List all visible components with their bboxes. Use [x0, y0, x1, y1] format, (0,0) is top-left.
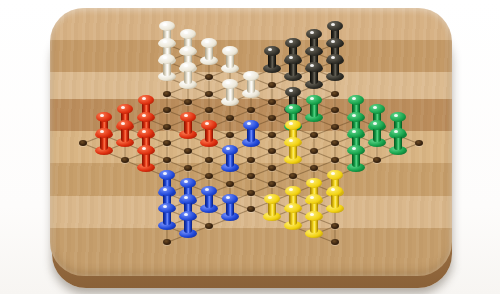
peg-black[interactable] — [326, 54, 344, 81]
peg-highlight — [331, 40, 335, 43]
peg-part — [306, 62, 322, 72]
peg-highlight — [163, 56, 167, 59]
peg-highlight — [268, 48, 272, 51]
peg-part — [306, 211, 322, 221]
peg-part — [306, 29, 322, 39]
peg-part — [369, 120, 385, 130]
peg-highlight — [226, 147, 230, 150]
peg-part — [180, 211, 196, 221]
hole-c9-r6[interactable] — [268, 165, 276, 171]
peg-highlight — [100, 114, 104, 117]
hole-c4-r12[interactable] — [163, 239, 171, 245]
peg-highlight — [289, 139, 293, 142]
hole-c0-r0[interactable] — [79, 140, 87, 146]
peg-highlight — [331, 23, 335, 26]
peg-white[interactable] — [221, 79, 239, 106]
peg-part — [180, 112, 196, 122]
peg-part — [159, 203, 175, 213]
peg-part — [390, 112, 406, 122]
peg-part — [96, 128, 112, 138]
peg-highlight — [289, 122, 293, 125]
hole-c6-r6[interactable] — [205, 157, 213, 163]
peg-grid — [0, 0, 500, 294]
peg-white[interactable] — [158, 54, 176, 81]
peg-highlight — [205, 40, 209, 43]
peg-yellow[interactable] — [305, 211, 323, 238]
peg-part — [306, 46, 322, 56]
hole-c6-r2[interactable] — [205, 91, 213, 97]
peg-part — [222, 46, 238, 56]
peg-highlight — [121, 106, 125, 109]
hole-c6-r7[interactable] — [205, 173, 213, 179]
peg-part — [327, 38, 343, 48]
peg-red[interactable] — [200, 120, 218, 147]
peg-part — [180, 194, 196, 204]
peg-highlight — [289, 56, 293, 59]
hole-c16-r0[interactable] — [415, 140, 423, 146]
peg-part — [369, 104, 385, 114]
peg-part — [180, 62, 196, 72]
peg-part — [306, 178, 322, 188]
peg-part — [390, 128, 406, 138]
peg-highlight — [373, 122, 377, 125]
peg-part — [180, 29, 196, 39]
peg-highlight — [310, 48, 314, 51]
peg-highlight — [394, 114, 398, 117]
peg-highlight — [352, 114, 356, 117]
peg-highlight — [184, 180, 188, 183]
peg-part — [285, 186, 301, 196]
hole-c9-r2[interactable] — [268, 99, 276, 105]
peg-part — [327, 54, 343, 64]
peg-highlight — [247, 73, 251, 76]
peg-part — [285, 203, 301, 213]
peg-highlight — [184, 48, 188, 51]
peg-part — [201, 120, 217, 130]
hole-c4-r4[interactable] — [163, 107, 171, 113]
peg-highlight — [331, 188, 335, 191]
hole-c12-r11[interactable] — [331, 223, 339, 229]
peg-highlight — [163, 23, 167, 26]
peg-green[interactable] — [368, 120, 386, 147]
hole-c4-r7[interactable] — [163, 157, 171, 163]
hole-c8-r8[interactable] — [247, 206, 255, 212]
peg-part — [96, 112, 112, 122]
peg-red[interactable] — [179, 112, 197, 139]
peg-part — [264, 194, 280, 204]
hole-c10-r7[interactable] — [289, 173, 297, 179]
peg-part — [117, 104, 133, 114]
peg-green[interactable] — [305, 95, 323, 122]
peg-highlight — [331, 172, 335, 175]
hole-c8-r7[interactable] — [247, 190, 255, 196]
peg-red[interactable] — [116, 120, 134, 147]
peg-part — [243, 120, 259, 130]
peg-part — [180, 46, 196, 56]
hole-c12-r3[interactable] — [331, 91, 339, 97]
peg-part — [348, 95, 364, 105]
peg-highlight — [289, 205, 293, 208]
peg-part — [327, 170, 343, 180]
peg-red[interactable] — [137, 145, 155, 172]
peg-part — [327, 186, 343, 196]
peg-black[interactable] — [263, 46, 281, 73]
peg-highlight — [142, 114, 146, 117]
peg-part — [285, 87, 301, 97]
peg-highlight — [289, 89, 293, 92]
hole-c12-r7[interactable] — [331, 157, 339, 163]
hole-c8-r6[interactable] — [247, 173, 255, 179]
peg-part — [159, 54, 175, 64]
peg-highlight — [289, 106, 293, 109]
hole-c4-r5[interactable] — [163, 124, 171, 130]
peg-highlight — [289, 40, 293, 43]
peg-part — [159, 170, 175, 180]
peg-highlight — [163, 172, 167, 175]
peg-yellow[interactable] — [284, 137, 302, 164]
peg-highlight — [373, 106, 377, 109]
peg-part — [159, 186, 175, 196]
peg-part — [222, 79, 238, 89]
peg-yellow[interactable] — [284, 203, 302, 230]
peg-highlight — [163, 205, 167, 208]
peg-highlight — [226, 81, 230, 84]
peg-part — [285, 137, 301, 147]
peg-blue[interactable] — [158, 203, 176, 230]
hole-c14-r2[interactable] — [373, 157, 381, 163]
hole-c6-r3[interactable] — [205, 107, 213, 113]
peg-part — [348, 145, 364, 155]
hole-c11-r5[interactable] — [310, 132, 318, 138]
peg-part — [138, 95, 154, 105]
hole-c5-r3[interactable] — [184, 99, 192, 105]
hole-c2-r2[interactable] — [121, 157, 129, 163]
hole-c4-r6[interactable] — [163, 140, 171, 146]
peg-white[interactable] — [242, 71, 260, 98]
peg-part — [243, 71, 259, 81]
peg-part — [306, 194, 322, 204]
peg-part — [138, 128, 154, 138]
peg-highlight — [247, 122, 251, 125]
hole-c12-r5[interactable] — [331, 124, 339, 130]
peg-white[interactable] — [221, 46, 239, 73]
peg-part — [201, 38, 217, 48]
peg-part — [117, 120, 133, 130]
peg-part — [285, 38, 301, 48]
hole-c4-r3[interactable] — [163, 91, 171, 97]
hole-c8-r5[interactable] — [247, 157, 255, 163]
peg-highlight — [310, 213, 314, 216]
peg-highlight — [289, 188, 293, 191]
peg-highlight — [310, 180, 314, 183]
peg-part — [327, 21, 343, 31]
peg-highlight — [331, 56, 335, 59]
peg-green[interactable] — [347, 145, 365, 172]
peg-highlight — [142, 147, 146, 150]
peg-part — [285, 120, 301, 130]
peg-part — [285, 54, 301, 64]
peg-blue[interactable] — [179, 211, 197, 238]
peg-part — [180, 178, 196, 188]
peg-part — [348, 128, 364, 138]
peg-white[interactable] — [179, 62, 197, 89]
peg-part — [264, 46, 280, 56]
peg-yellow[interactable] — [326, 186, 344, 213]
hole-c8-r2[interactable] — [247, 107, 255, 113]
peg-highlight — [205, 122, 209, 125]
peg-white[interactable] — [200, 38, 218, 65]
peg-blue[interactable] — [221, 145, 239, 172]
peg-highlight — [352, 147, 356, 150]
hole-c12-r12[interactable] — [331, 239, 339, 245]
peg-part — [201, 186, 217, 196]
peg-part — [138, 145, 154, 155]
peg-part — [159, 21, 175, 31]
peg-part — [285, 104, 301, 114]
hole-c6-r1[interactable] — [205, 74, 213, 80]
hole-c12-r6[interactable] — [331, 140, 339, 146]
hole-c11-r7[interactable] — [310, 165, 318, 171]
peg-highlight — [184, 213, 188, 216]
hole-c7-r4[interactable] — [226, 132, 234, 138]
peg-yellow[interactable] — [263, 194, 281, 221]
peg-highlight — [163, 188, 167, 191]
peg-highlight — [121, 122, 125, 125]
peg-highlight — [184, 114, 188, 117]
peg-part — [222, 145, 238, 155]
peg-highlight — [226, 48, 230, 51]
peg-blue[interactable] — [221, 194, 239, 221]
peg-highlight — [205, 188, 209, 191]
peg-black[interactable] — [284, 54, 302, 81]
hole-c6-r10[interactable] — [205, 223, 213, 229]
peg-green[interactable] — [389, 128, 407, 155]
photo-backdrop — [0, 0, 500, 294]
peg-part — [348, 112, 364, 122]
hole-c12-r4[interactable] — [331, 107, 339, 113]
peg-highlight — [163, 40, 167, 43]
peg-red[interactable] — [95, 128, 113, 155]
peg-blue[interactable] — [200, 186, 218, 213]
hole-c5-r7[interactable] — [184, 165, 192, 171]
peg-blue[interactable] — [242, 120, 260, 147]
peg-part — [222, 194, 238, 204]
peg-part — [306, 95, 322, 105]
peg-part — [138, 112, 154, 122]
hole-c9-r4[interactable] — [268, 132, 276, 138]
peg-black[interactable] — [305, 62, 323, 89]
peg-part — [159, 38, 175, 48]
